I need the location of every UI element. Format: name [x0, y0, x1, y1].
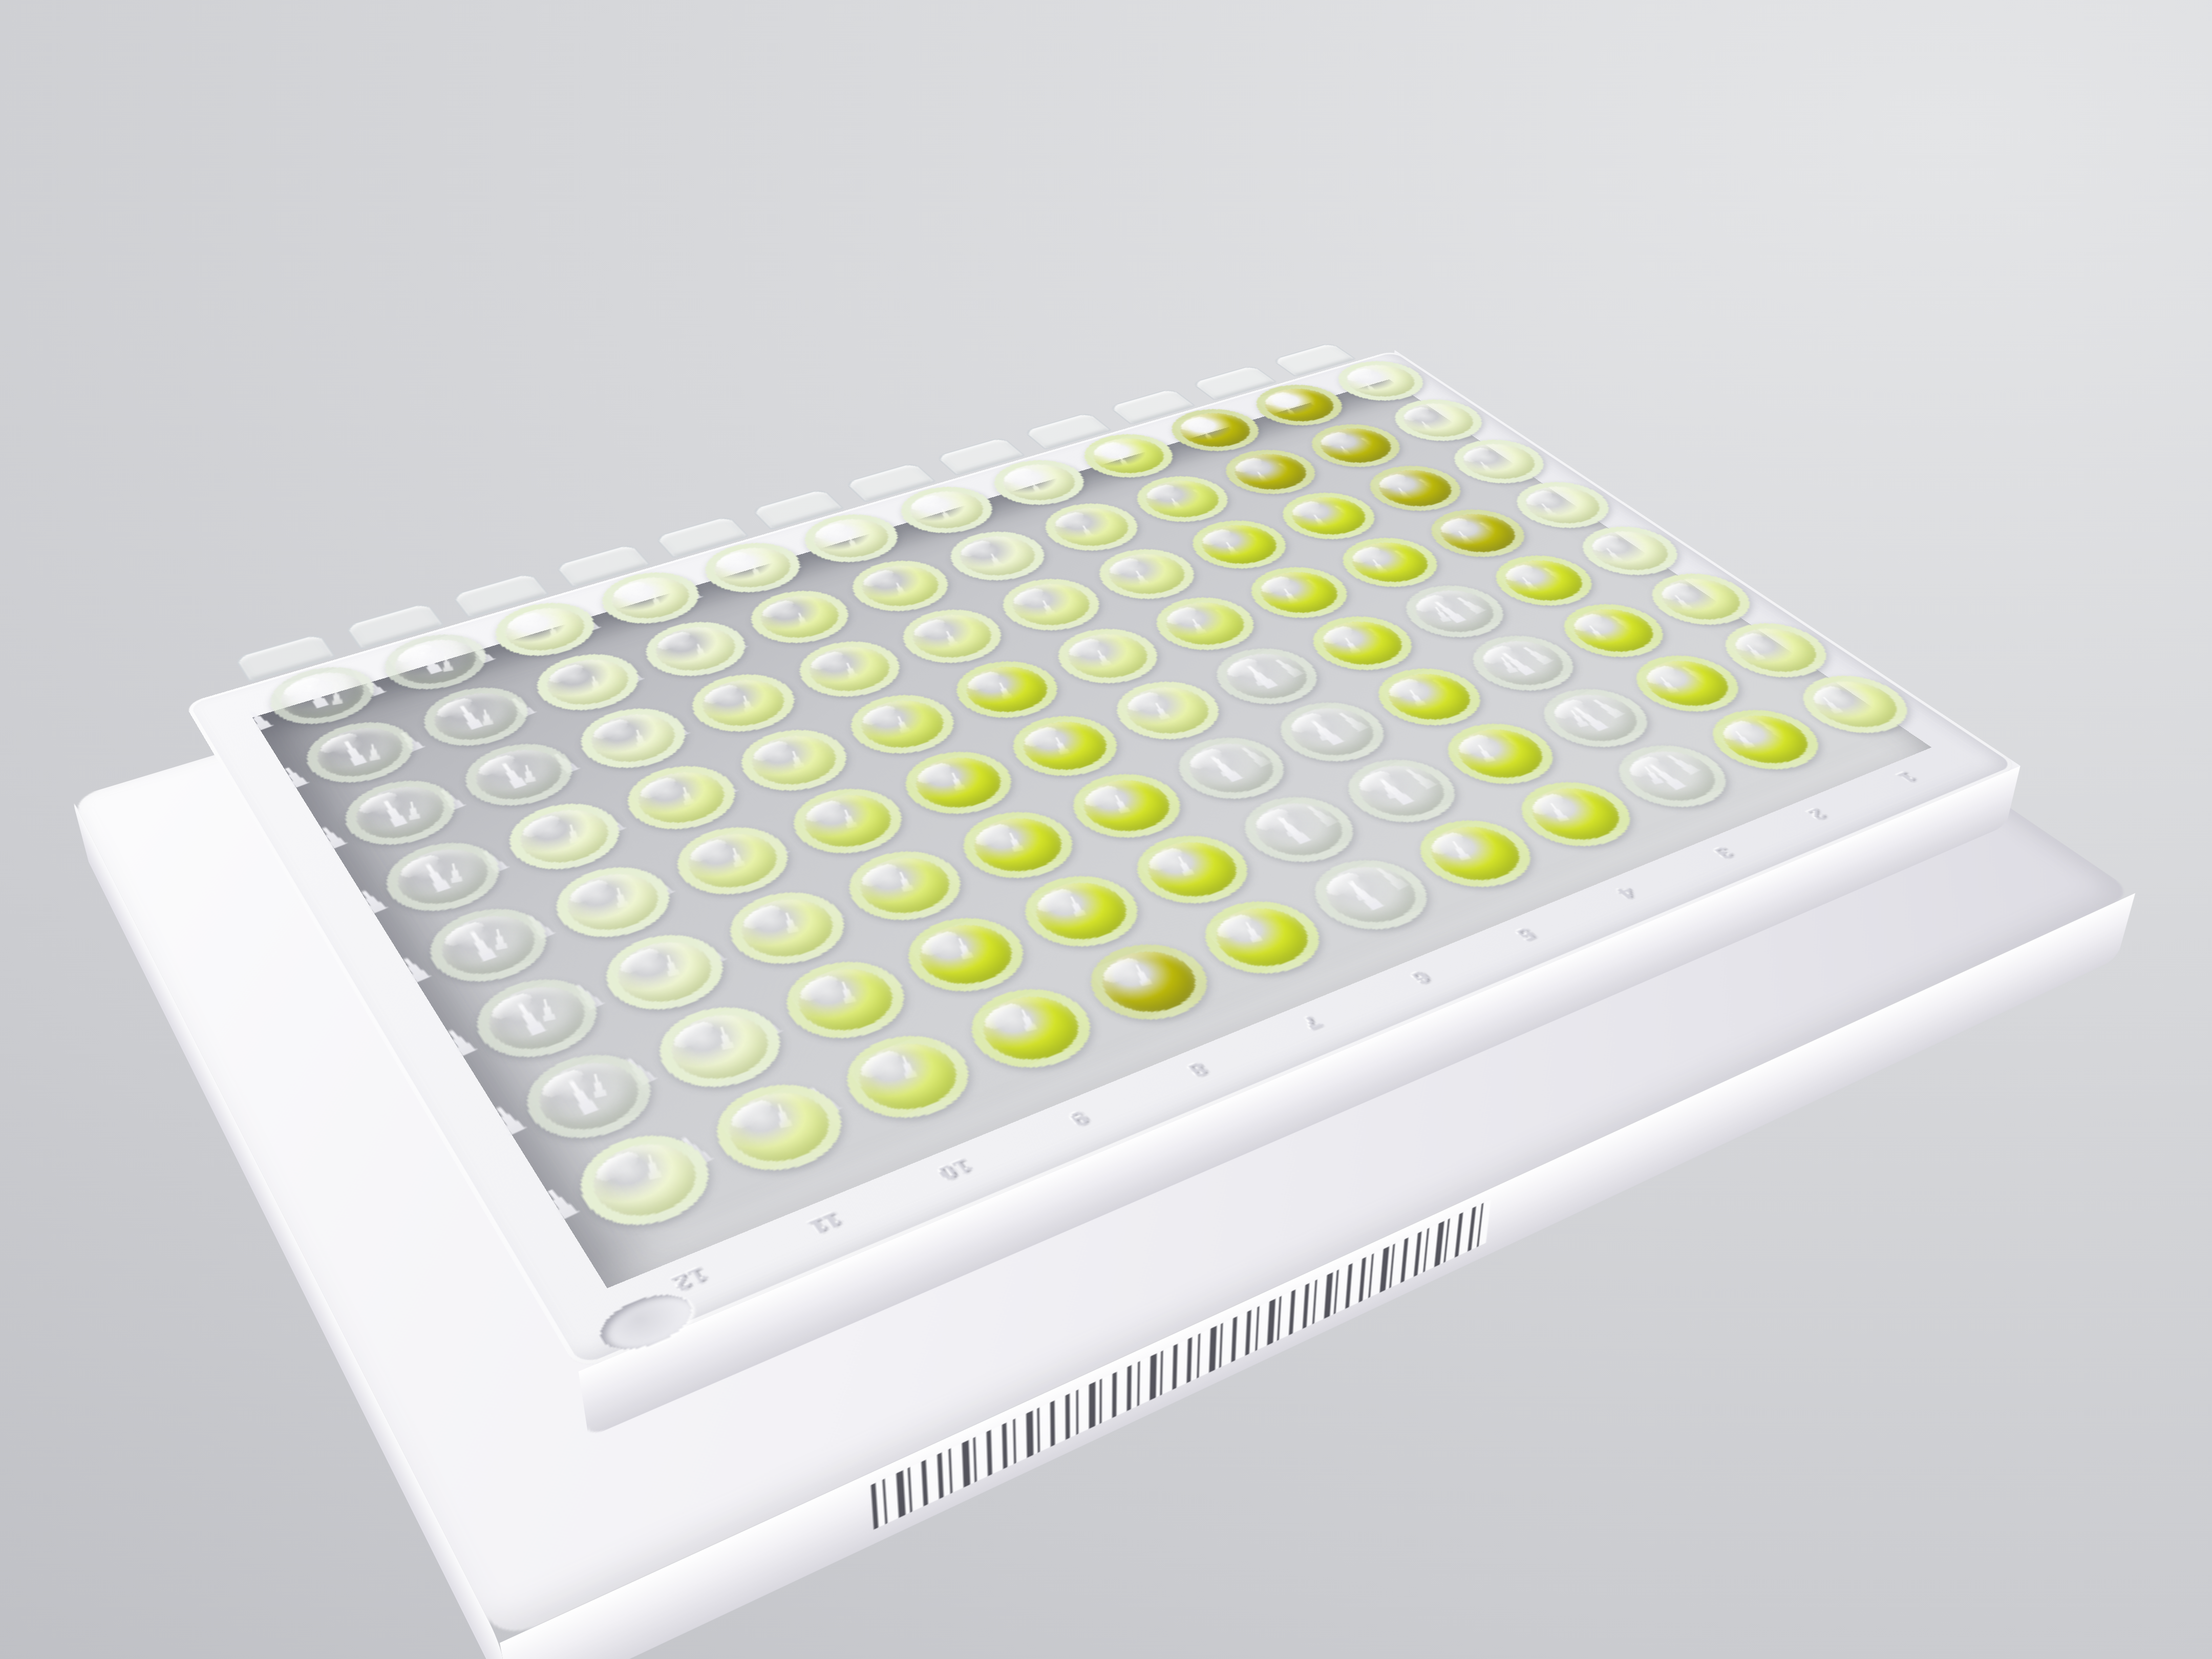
retainer-prong	[1423, 596, 1471, 625]
well	[1068, 931, 1227, 1033]
retainer-prong	[296, 678, 334, 710]
retainer-prong	[482, 1098, 531, 1138]
column-number-label: 5	[1496, 919, 1555, 951]
column-number-label: 6	[1391, 962, 1451, 994]
retainer-prong	[435, 1022, 482, 1059]
retainer-prong	[413, 857, 456, 895]
retainer-prong	[332, 734, 372, 768]
column-number-label: 9	[1047, 1100, 1111, 1138]
well	[949, 975, 1111, 1082]
retainer-prong	[555, 1072, 604, 1118]
retainer-prong	[533, 1180, 584, 1222]
column-number-label: 12	[654, 1259, 724, 1301]
retainer-prong	[504, 995, 551, 1038]
retainer-prong	[1368, 772, 1419, 807]
column-number-label: 3	[1695, 839, 1751, 868]
retainer-prong	[1236, 660, 1283, 690]
retainer-prong	[1491, 647, 1540, 677]
retainer-prong	[372, 794, 413, 829]
well	[560, 1120, 727, 1242]
retainer-prong	[1199, 750, 1248, 784]
retainer-prong	[1265, 810, 1316, 846]
retainer-prong	[1300, 714, 1349, 747]
column-number-label: 10	[922, 1151, 987, 1190]
retainer-prong	[449, 699, 488, 732]
photo-viewport: 123456789101112	[0, 0, 2212, 1659]
column-number-label: 4	[1598, 878, 1655, 908]
column-number-label: 11	[791, 1203, 859, 1244]
column-number-label: 1	[1880, 764, 1933, 791]
scene: 123456789101112	[0, 0, 2212, 1659]
retainer-prong	[1637, 758, 1691, 792]
well	[1182, 888, 1339, 987]
retainer-prong	[490, 756, 532, 791]
well	[695, 1070, 861, 1186]
retainer-prong	[1562, 700, 1613, 733]
retainer-prong	[457, 924, 502, 964]
well	[825, 1022, 988, 1133]
column-number-label: 7	[1281, 1006, 1342, 1040]
column-number-label: 2	[1790, 801, 1844, 829]
retainer-prong	[409, 646, 448, 676]
retainer-prong	[1335, 874, 1389, 912]
column-number-label: 8	[1166, 1052, 1228, 1088]
